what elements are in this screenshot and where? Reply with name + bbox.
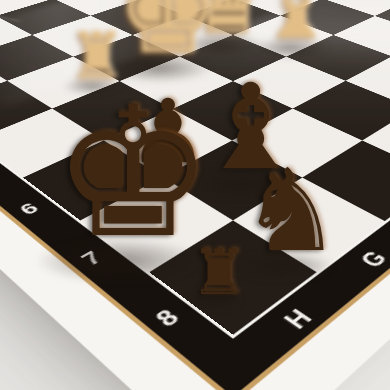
chess-photo-scene: A8B7C6D5E4F3G2H1 ♛♝♚♜♟♝♚♞♜ [0,0,390,390]
board-perspective-wrapper: A8B7C6D5E4F3G2H1 [0,0,390,390]
coordinate-border-band: A8B7C6D5E4F3G2H1 [0,0,390,390]
rank-label-7: 7 [70,245,113,273]
white-pinstripe [0,0,390,339]
file-label-h: H [275,302,322,336]
board-field [0,0,390,335]
vinyl-sheet: A8B7C6D5E4F3G2H1 [0,0,390,390]
rank-label-8: 8 [144,301,191,335]
gold-pinstripe: A8B7C6D5E4F3G2H1 [0,0,390,390]
rank-label-6: 6 [9,198,49,222]
file-label-g: G [353,245,390,273]
